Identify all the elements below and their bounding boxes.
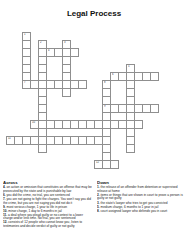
- clue-item: 7. you are not going to fight the charge…: [3, 197, 93, 204]
- clue-item: 2. items or things that are shown in cou…: [97, 193, 187, 200]
- down-heading: Down: [97, 180, 187, 185]
- across-clues-section: Across 4. an action or omission that con…: [3, 180, 93, 242]
- clue-number: 12: [96, 161, 99, 164]
- clue-item: 4. an action or omission that constitute…: [3, 186, 93, 193]
- grid-cell[interactable]: [70, 48, 79, 57]
- clue-number: 1: [24, 33, 26, 36]
- clue-item: 8. court assigned lawyer who defends you…: [97, 209, 187, 213]
- clue-number: 6: [112, 73, 114, 76]
- down-clue-list: 1. the release of an offender from deten…: [97, 186, 187, 213]
- across-clue-list: 4. an action or omission that constitute…: [3, 186, 93, 228]
- clue-number: 3: [64, 41, 66, 44]
- clue-item: 12. consists of 12 people who cannot kno…: [3, 221, 93, 228]
- clue-number: 2: [40, 41, 42, 44]
- grid-cell[interactable]: [110, 160, 119, 169]
- clue-item: 11. a deal where you plead guilty or no …: [3, 213, 93, 220]
- grid-cell[interactable]: [134, 120, 143, 129]
- clue-number: 9: [104, 105, 106, 108]
- grid-cell[interactable]: [62, 88, 71, 97]
- clue-number: 5: [128, 65, 130, 68]
- grid-cell[interactable]: [78, 80, 87, 89]
- clue-number: 11: [8, 137, 11, 140]
- grid-cell[interactable]: [150, 72, 159, 81]
- clue-item: 1. the release of an offender from deten…: [97, 186, 187, 193]
- grid-cell[interactable]: [150, 104, 159, 113]
- clue-number: 4: [48, 49, 50, 52]
- clue-number: 10: [32, 121, 35, 124]
- clue-number: 7: [24, 81, 26, 84]
- grid-cell[interactable]: [126, 144, 135, 153]
- puzzle-title: Legal Process: [0, 9, 188, 18]
- clue-number: 8: [104, 81, 106, 84]
- down-clues-section: Down 1. the release of an offender from …: [97, 180, 187, 242]
- grid-cell[interactable]: [38, 144, 47, 153]
- across-heading: Across: [3, 180, 93, 185]
